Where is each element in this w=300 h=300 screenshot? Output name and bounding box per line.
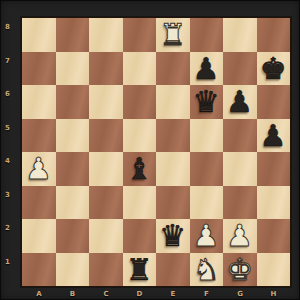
piece-black-pawn-h5[interactable]: ♟ [260, 119, 287, 152]
square-d8[interactable] [123, 18, 157, 52]
square-h6[interactable] [257, 85, 291, 119]
rank-label-8: 8 [5, 23, 17, 31]
square-b3[interactable] [56, 186, 90, 220]
square-h8[interactable] [257, 18, 291, 52]
square-f2[interactable]: ♟ [190, 219, 224, 253]
piece-black-king-h7[interactable]: ♚ [260, 52, 287, 85]
chess-app: ♜♟♚♛♟♟♟♝♛♟♟♜♞♚ 87654321ABCDEFGH [0, 0, 300, 300]
file-label-e: E [167, 290, 179, 298]
piece-white-king-g1[interactable]: ♚ [226, 253, 253, 286]
square-h2[interactable] [257, 219, 291, 253]
square-f1[interactable]: ♞ [190, 253, 224, 287]
piece-white-rook-e8[interactable]: ♜ [159, 18, 186, 51]
square-f3[interactable] [190, 186, 224, 220]
square-b4[interactable] [56, 152, 90, 186]
square-c5[interactable] [89, 119, 123, 153]
square-c2[interactable] [89, 219, 123, 253]
square-a4[interactable]: ♟ [22, 152, 56, 186]
piece-black-queen-f6[interactable]: ♛ [193, 85, 220, 118]
rank-label-1: 1 [5, 258, 17, 266]
square-a8[interactable] [22, 18, 56, 52]
rank-label-3: 3 [5, 191, 17, 199]
file-label-g: G [234, 290, 246, 298]
square-e5[interactable] [156, 119, 190, 153]
square-b6[interactable] [56, 85, 90, 119]
square-b1[interactable] [56, 253, 90, 287]
piece-black-rook-d1[interactable]: ♜ [126, 253, 153, 286]
square-a7[interactable] [22, 52, 56, 86]
rank-label-2: 2 [5, 224, 17, 232]
piece-white-pawn-a4[interactable]: ♟ [25, 152, 52, 185]
square-d4[interactable]: ♝ [123, 152, 157, 186]
square-c6[interactable] [89, 85, 123, 119]
file-label-a: A [33, 290, 45, 298]
square-c8[interactable] [89, 18, 123, 52]
square-f4[interactable] [190, 152, 224, 186]
piece-black-pawn-f7[interactable]: ♟ [193, 52, 220, 85]
piece-black-bishop-d4[interactable]: ♝ [126, 152, 153, 185]
square-d1[interactable]: ♜ [123, 253, 157, 287]
rank-label-4: 4 [5, 157, 17, 165]
square-g2[interactable]: ♟ [223, 219, 257, 253]
square-e4[interactable] [156, 152, 190, 186]
square-d2[interactable] [123, 219, 157, 253]
square-e8[interactable]: ♜ [156, 18, 190, 52]
square-d7[interactable] [123, 52, 157, 86]
file-label-d: D [134, 290, 146, 298]
piece-white-knight-f1[interactable]: ♞ [193, 253, 220, 286]
piece-black-pawn-g6[interactable]: ♟ [226, 85, 253, 118]
square-a2[interactable] [22, 219, 56, 253]
square-c1[interactable] [89, 253, 123, 287]
square-b5[interactable] [56, 119, 90, 153]
square-e1[interactable] [156, 253, 190, 287]
square-c4[interactable] [89, 152, 123, 186]
square-f5[interactable] [190, 119, 224, 153]
square-e7[interactable] [156, 52, 190, 86]
square-g6[interactable]: ♟ [223, 85, 257, 119]
square-h4[interactable] [257, 152, 291, 186]
rank-label-7: 7 [5, 57, 17, 65]
square-d5[interactable] [123, 119, 157, 153]
piece-black-queen-e2[interactable]: ♛ [159, 219, 186, 252]
square-b2[interactable] [56, 219, 90, 253]
square-d6[interactable] [123, 85, 157, 119]
square-g5[interactable] [223, 119, 257, 153]
square-b8[interactable] [56, 18, 90, 52]
rank-label-5: 5 [5, 124, 17, 132]
square-g4[interactable] [223, 152, 257, 186]
rank-label-6: 6 [5, 90, 17, 98]
piece-white-pawn-f2[interactable]: ♟ [193, 219, 220, 252]
square-g3[interactable] [223, 186, 257, 220]
square-f7[interactable]: ♟ [190, 52, 224, 86]
chess-board: ♜♟♚♛♟♟♟♝♛♟♟♜♞♚ [22, 18, 290, 286]
square-a1[interactable] [22, 253, 56, 287]
square-a6[interactable] [22, 85, 56, 119]
square-g8[interactable] [223, 18, 257, 52]
file-label-b: B [67, 290, 79, 298]
square-f8[interactable] [190, 18, 224, 52]
square-a5[interactable] [22, 119, 56, 153]
square-c3[interactable] [89, 186, 123, 220]
file-label-h: H [268, 290, 280, 298]
square-a3[interactable] [22, 186, 56, 220]
square-e2[interactable]: ♛ [156, 219, 190, 253]
square-e3[interactable] [156, 186, 190, 220]
square-g1[interactable]: ♚ [223, 253, 257, 287]
square-d3[interactable] [123, 186, 157, 220]
piece-white-pawn-g2[interactable]: ♟ [226, 219, 253, 252]
square-f6[interactable]: ♛ [190, 85, 224, 119]
square-b7[interactable] [56, 52, 90, 86]
square-h1[interactable] [257, 253, 291, 287]
file-label-c: C [100, 290, 112, 298]
square-h3[interactable] [257, 186, 291, 220]
file-label-f: F [201, 290, 213, 298]
square-e6[interactable] [156, 85, 190, 119]
square-h5[interactable]: ♟ [257, 119, 291, 153]
square-g7[interactable] [223, 52, 257, 86]
square-h7[interactable]: ♚ [257, 52, 291, 86]
square-c7[interactable] [89, 52, 123, 86]
